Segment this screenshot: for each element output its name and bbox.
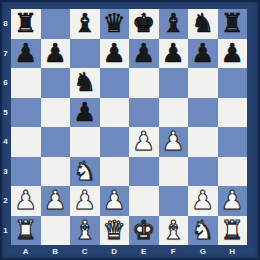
square-h3[interactable] bbox=[218, 157, 248, 187]
square-c6[interactable]: ♞ bbox=[70, 68, 100, 98]
square-a6[interactable] bbox=[11, 68, 41, 98]
square-g2[interactable]: ♟ bbox=[188, 186, 218, 216]
piece-black-rook[interactable]: ♜ bbox=[221, 9, 244, 39]
piece-black-pawn[interactable]: ♟ bbox=[73, 98, 96, 128]
square-c3[interactable]: ♞ bbox=[70, 157, 100, 187]
file-label-g: G bbox=[188, 245, 218, 258]
file-label-a: A bbox=[11, 245, 41, 258]
square-h6[interactable] bbox=[218, 68, 248, 98]
square-a2[interactable]: ♟ bbox=[11, 186, 41, 216]
file-label-b: B bbox=[41, 245, 71, 258]
square-a4[interactable] bbox=[11, 127, 41, 157]
piece-white-knight[interactable]: ♞ bbox=[73, 157, 96, 187]
rank-label-6: 6 bbox=[0, 68, 11, 98]
piece-black-knight[interactable]: ♞ bbox=[191, 9, 214, 39]
square-g7[interactable]: ♟ bbox=[188, 39, 218, 69]
square-f2[interactable] bbox=[159, 186, 189, 216]
piece-black-pawn[interactable]: ♟ bbox=[44, 39, 67, 69]
square-d4[interactable] bbox=[100, 127, 130, 157]
piece-white-king[interactable]: ♚ bbox=[132, 216, 155, 246]
rank-label-3: 3 bbox=[0, 157, 11, 187]
piece-black-king[interactable]: ♚ bbox=[132, 9, 155, 39]
rank-label-4: 4 bbox=[0, 127, 11, 157]
square-b2[interactable]: ♟ bbox=[41, 186, 71, 216]
square-f8[interactable]: ♝ bbox=[159, 9, 189, 39]
file-label-d: D bbox=[100, 245, 130, 258]
piece-black-pawn[interactable]: ♟ bbox=[103, 39, 126, 69]
square-e6[interactable] bbox=[129, 68, 159, 98]
square-e8[interactable]: ♚ bbox=[129, 9, 159, 39]
square-f6[interactable] bbox=[159, 68, 189, 98]
piece-white-pawn[interactable]: ♟ bbox=[191, 186, 214, 216]
square-d3[interactable] bbox=[100, 157, 130, 187]
rank-label-1: 1 bbox=[0, 216, 11, 246]
square-d5[interactable] bbox=[100, 98, 130, 128]
chess-board-frame: 87654321 ♜♝♛♚♝♞♜♟♟♟♟♟♟♟♞♟♟♟♞♟♟♟♟♟♟♜♝♛♚♝♞… bbox=[0, 0, 260, 260]
square-f1[interactable]: ♝ bbox=[159, 216, 189, 246]
square-c2[interactable]: ♟ bbox=[70, 186, 100, 216]
piece-black-queen[interactable]: ♛ bbox=[103, 9, 126, 39]
square-a8[interactable]: ♜ bbox=[11, 9, 41, 39]
square-f5[interactable] bbox=[159, 98, 189, 128]
square-d6[interactable] bbox=[100, 68, 130, 98]
square-d8[interactable]: ♛ bbox=[100, 9, 130, 39]
square-a5[interactable] bbox=[11, 98, 41, 128]
square-b7[interactable]: ♟ bbox=[41, 39, 71, 69]
square-e5[interactable] bbox=[129, 98, 159, 128]
file-label-c: C bbox=[70, 245, 100, 258]
square-e7[interactable]: ♟ bbox=[129, 39, 159, 69]
square-g8[interactable]: ♞ bbox=[188, 9, 218, 39]
square-f7[interactable]: ♟ bbox=[159, 39, 189, 69]
square-g4[interactable] bbox=[188, 127, 218, 157]
square-g5[interactable] bbox=[188, 98, 218, 128]
piece-white-pawn[interactable]: ♟ bbox=[14, 186, 37, 216]
square-h4[interactable] bbox=[218, 127, 248, 157]
square-d2[interactable]: ♟ bbox=[100, 186, 130, 216]
piece-white-pawn[interactable]: ♟ bbox=[103, 186, 126, 216]
square-c8[interactable]: ♝ bbox=[70, 9, 100, 39]
square-d1[interactable]: ♛ bbox=[100, 216, 130, 246]
square-h5[interactable] bbox=[218, 98, 248, 128]
piece-black-pawn[interactable]: ♟ bbox=[14, 39, 37, 69]
square-b5[interactable] bbox=[41, 98, 71, 128]
square-c7[interactable] bbox=[70, 39, 100, 69]
rank-labels: 87654321 bbox=[0, 9, 11, 245]
piece-black-pawn[interactable]: ♟ bbox=[191, 39, 214, 69]
square-a3[interactable] bbox=[11, 157, 41, 187]
piece-white-pawn[interactable]: ♟ bbox=[221, 186, 244, 216]
square-b6[interactable] bbox=[41, 68, 71, 98]
piece-black-knight[interactable]: ♞ bbox=[73, 68, 96, 98]
square-e2[interactable] bbox=[129, 186, 159, 216]
square-f4[interactable]: ♟ bbox=[159, 127, 189, 157]
piece-white-bishop[interactable]: ♝ bbox=[73, 216, 96, 246]
piece-white-rook[interactable]: ♜ bbox=[14, 216, 37, 246]
piece-black-bishop[interactable]: ♝ bbox=[73, 9, 96, 39]
piece-white-pawn[interactable]: ♟ bbox=[73, 186, 96, 216]
square-g6[interactable] bbox=[188, 68, 218, 98]
piece-white-queen[interactable]: ♛ bbox=[103, 216, 126, 246]
square-c5[interactable]: ♟ bbox=[70, 98, 100, 128]
rank-label-2: 2 bbox=[0, 186, 11, 216]
square-d7[interactable]: ♟ bbox=[100, 39, 130, 69]
piece-black-rook[interactable]: ♜ bbox=[14, 9, 37, 39]
rank-label-5: 5 bbox=[0, 98, 11, 128]
square-b3[interactable] bbox=[41, 157, 71, 187]
square-h1[interactable]: ♜ bbox=[218, 216, 248, 246]
square-g3[interactable] bbox=[188, 157, 218, 187]
piece-white-bishop[interactable]: ♝ bbox=[162, 216, 185, 246]
square-h2[interactable]: ♟ bbox=[218, 186, 248, 216]
file-label-e: E bbox=[129, 245, 159, 258]
square-g1[interactable]: ♞ bbox=[188, 216, 218, 246]
file-label-h: H bbox=[218, 245, 248, 258]
square-b4[interactable] bbox=[41, 127, 71, 157]
square-h7[interactable]: ♟ bbox=[218, 39, 248, 69]
square-b8[interactable] bbox=[41, 9, 71, 39]
square-a1[interactable]: ♜ bbox=[11, 216, 41, 246]
piece-white-pawn[interactable]: ♟ bbox=[132, 127, 155, 157]
piece-black-pawn[interactable]: ♟ bbox=[132, 39, 155, 69]
piece-black-pawn[interactable]: ♟ bbox=[162, 39, 185, 69]
piece-white-pawn[interactable]: ♟ bbox=[162, 127, 185, 157]
square-e4[interactable]: ♟ bbox=[129, 127, 159, 157]
square-e3[interactable] bbox=[129, 157, 159, 187]
board-grid: ♜♝♛♚♝♞♜♟♟♟♟♟♟♟♞♟♟♟♞♟♟♟♟♟♟♜♝♛♚♝♞♜ bbox=[11, 9, 247, 245]
square-e1[interactable]: ♚ bbox=[129, 216, 159, 246]
square-f3[interactable] bbox=[159, 157, 189, 187]
square-c1[interactable]: ♝ bbox=[70, 216, 100, 246]
file-labels: ABCDEFGH bbox=[11, 245, 247, 258]
rank-label-7: 7 bbox=[0, 39, 11, 69]
square-a7[interactable]: ♟ bbox=[11, 39, 41, 69]
square-h8[interactable]: ♜ bbox=[218, 9, 248, 39]
piece-white-pawn[interactable]: ♟ bbox=[44, 186, 67, 216]
square-b1[interactable] bbox=[41, 216, 71, 246]
rank-label-8: 8 bbox=[0, 9, 11, 39]
square-c4[interactable] bbox=[70, 127, 100, 157]
piece-black-bishop[interactable]: ♝ bbox=[162, 9, 185, 39]
piece-white-rook[interactable]: ♜ bbox=[221, 216, 244, 246]
piece-white-knight[interactable]: ♞ bbox=[191, 216, 214, 246]
piece-black-pawn[interactable]: ♟ bbox=[221, 39, 244, 69]
file-label-f: F bbox=[159, 245, 189, 258]
